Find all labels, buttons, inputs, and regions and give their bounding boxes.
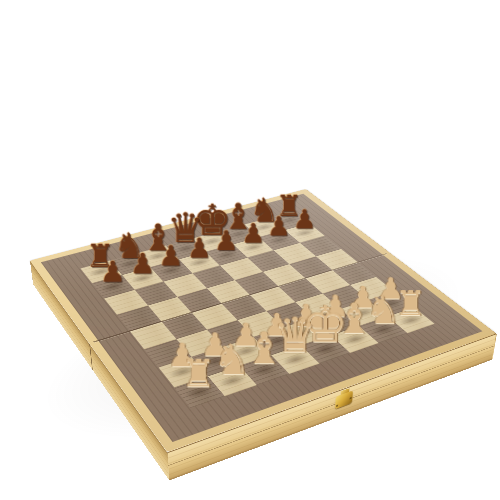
square-a1[interactable]: ♜ <box>174 376 224 408</box>
piece-glyph: ♟ <box>241 220 265 247</box>
black-pawn[interactable]: ♟ <box>98 282 128 290</box>
product-photo-scene: ♜♞♝♛♚♝♞♜♟♟♟♟♟♟♟♟♟♟♟♟♟♟♟♟♜♞♝♛♚♝♞♜ <box>0 0 500 500</box>
piece-glyph: ♟ <box>159 242 184 270</box>
piece-glyph: ♞ <box>213 339 251 381</box>
black-pawn[interactable]: ♟ <box>240 244 266 251</box>
black-pawn[interactable]: ♟ <box>292 229 317 236</box>
piece-glyph: ♟ <box>267 213 291 240</box>
piece-glyph: ♟ <box>100 258 126 287</box>
black-pawn[interactable]: ♟ <box>266 236 292 243</box>
piece-glyph: ♟ <box>214 227 238 254</box>
piece-glyph: ♟ <box>187 235 212 263</box>
square-c6[interactable] <box>163 273 206 296</box>
black-pawn[interactable]: ♟ <box>157 266 185 274</box>
white-rook[interactable]: ♜ <box>182 386 215 397</box>
black-pawn[interactable]: ♟ <box>185 258 213 266</box>
fold-notch <box>89 344 93 371</box>
black-pawn[interactable]: ♟ <box>128 274 157 282</box>
white-rook[interactable]: ♜ <box>397 315 424 324</box>
black-pawn[interactable]: ♟ <box>213 251 240 259</box>
white-bishop[interactable]: ♝ <box>248 364 279 375</box>
piece-glyph: ♟ <box>293 207 317 233</box>
white-queen[interactable]: ♛ <box>280 354 311 364</box>
piece-glyph: ♜ <box>182 354 216 392</box>
piece-glyph: ♟ <box>130 250 155 278</box>
white-knight[interactable]: ♞ <box>216 375 248 386</box>
